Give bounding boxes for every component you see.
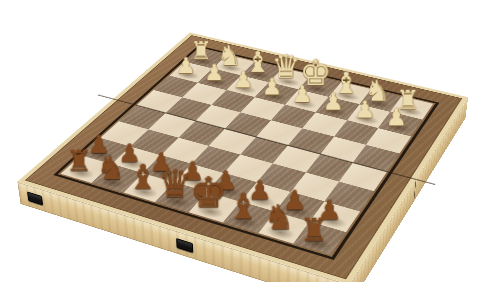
piece-white-pawn[interactable]: ♟ — [256, 76, 289, 99]
piece-white-pawn[interactable]: ♟ — [286, 83, 319, 106]
board-top: ♜♞♝♛♚♝♞♜♟♟♟♟♟♟♟♟♟♟♟♟♟♟♟♟♜♞♝♛♚♝♞♜ — [17, 33, 468, 282]
product-photo: ♜♞♝♛♚♝♞♜♟♟♟♟♟♟♟♟♟♟♟♟♟♟♟♟♜♞♝♛♚♝♞♜ — [0, 0, 500, 282]
piece-black-queen[interactable]: ♛ — [156, 166, 194, 204]
piece-black-rook[interactable]: ♜ — [295, 215, 335, 246]
piece-white-pawn[interactable]: ♟ — [380, 106, 414, 130]
piece-white-pawn[interactable]: ♟ — [316, 90, 350, 113]
latch-clasp[interactable] — [176, 238, 193, 253]
piece-white-pawn[interactable]: ♟ — [170, 55, 202, 77]
chess-board: ♜♞♝♛♚♝♞♜♟♟♟♟♟♟♟♟♟♟♟♟♟♟♟♟♜♞♝♛♚♝♞♜ — [17, 33, 468, 282]
piece-white-pawn[interactable]: ♟ — [198, 62, 230, 84]
piece-white-pawn[interactable]: ♟ — [227, 69, 260, 91]
piece-black-knight[interactable]: ♞ — [259, 201, 299, 235]
fold-seam-edge — [413, 179, 416, 202]
piece-black-king[interactable]: ♚ — [189, 172, 227, 214]
latch-clasp[interactable] — [27, 191, 43, 205]
piece-white-pawn[interactable]: ♟ — [348, 98, 382, 121]
piece-black-bishop[interactable]: ♝ — [223, 189, 262, 224]
